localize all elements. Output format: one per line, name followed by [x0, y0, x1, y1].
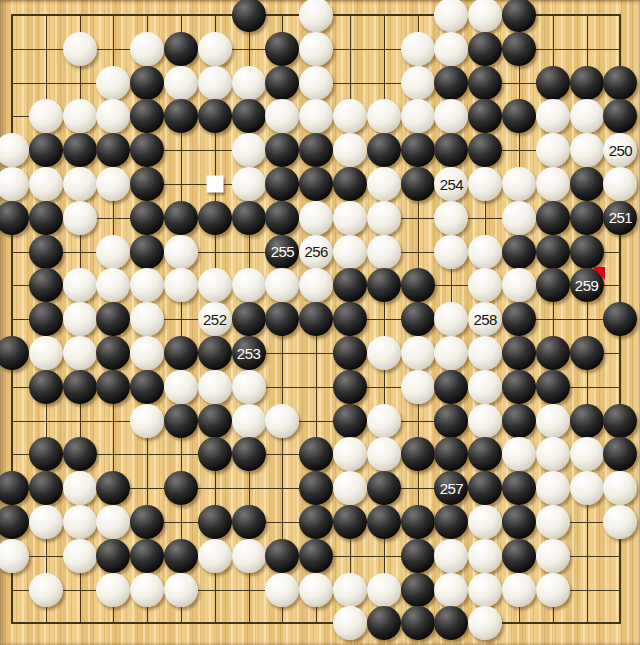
black-stone[interactable]: [468, 437, 502, 471]
white-stone[interactable]: [198, 66, 232, 100]
black-stone[interactable]: [299, 167, 333, 201]
black-stone[interactable]: [333, 505, 367, 539]
black-stone[interactable]: [333, 268, 367, 302]
black-stone[interactable]: [164, 471, 198, 505]
white-stone-258[interactable]: 258: [468, 302, 502, 336]
white-stone[interactable]: [333, 235, 367, 269]
grid-line-horizontal: [12, 623, 620, 624]
black-stone[interactable]: [502, 302, 536, 336]
black-stone[interactable]: [434, 66, 468, 100]
black-stone[interactable]: [29, 133, 63, 167]
black-stone[interactable]: [130, 66, 164, 100]
white-stone[interactable]: [63, 539, 97, 573]
white-stone[interactable]: [232, 268, 266, 302]
white-stone-254[interactable]: 254: [434, 167, 468, 201]
white-stone[interactable]: [232, 370, 266, 404]
black-stone[interactable]: [198, 437, 232, 471]
white-stone[interactable]: [333, 99, 367, 133]
move-number-label: 253: [237, 346, 261, 361]
white-stone[interactable]: [434, 336, 468, 370]
black-stone[interactable]: [603, 99, 637, 133]
white-stone[interactable]: [367, 336, 401, 370]
black-stone[interactable]: [130, 235, 164, 269]
black-stone[interactable]: [468, 99, 502, 133]
white-stone[interactable]: [333, 606, 367, 640]
white-stone[interactable]: [536, 437, 570, 471]
white-stone[interactable]: [96, 99, 130, 133]
black-stone[interactable]: [299, 471, 333, 505]
black-stone[interactable]: [29, 302, 63, 336]
white-stone[interactable]: [468, 370, 502, 404]
black-stone[interactable]: [367, 268, 401, 302]
black-stone[interactable]: [265, 133, 299, 167]
black-stone[interactable]: [570, 336, 604, 370]
white-stone[interactable]: [164, 370, 198, 404]
black-stone-251[interactable]: 251: [603, 201, 637, 235]
white-stone[interactable]: [367, 167, 401, 201]
black-stone[interactable]: [502, 539, 536, 573]
white-stone[interactable]: [130, 32, 164, 66]
black-stone[interactable]: [434, 606, 468, 640]
black-stone[interactable]: [502, 471, 536, 505]
white-stone[interactable]: [265, 573, 299, 607]
white-stone[interactable]: [434, 201, 468, 235]
black-stone[interactable]: [198, 99, 232, 133]
black-stone[interactable]: [232, 505, 266, 539]
black-stone[interactable]: [130, 370, 164, 404]
black-stone[interactable]: [502, 235, 536, 269]
black-stone[interactable]: [265, 302, 299, 336]
white-stone[interactable]: [198, 32, 232, 66]
black-stone[interactable]: [299, 302, 333, 336]
black-stone[interactable]: [198, 404, 232, 438]
white-stone[interactable]: [333, 133, 367, 167]
white-stone[interactable]: [63, 471, 97, 505]
black-stone[interactable]: [299, 133, 333, 167]
black-stone[interactable]: [367, 606, 401, 640]
black-stone[interactable]: [502, 404, 536, 438]
white-stone[interactable]: [468, 404, 502, 438]
black-stone[interactable]: [130, 99, 164, 133]
black-stone[interactable]: [63, 370, 97, 404]
black-stone[interactable]: [63, 437, 97, 471]
white-stone[interactable]: [536, 99, 570, 133]
black-stone[interactable]: [570, 167, 604, 201]
white-stone[interactable]: [29, 573, 63, 607]
black-stone[interactable]: [164, 539, 198, 573]
black-stone[interactable]: [570, 66, 604, 100]
black-stone[interactable]: [502, 370, 536, 404]
white-stone[interactable]: [299, 66, 333, 100]
white-stone[interactable]: [468, 573, 502, 607]
black-stone-257[interactable]: 257: [434, 471, 468, 505]
black-stone[interactable]: [265, 201, 299, 235]
white-stone[interactable]: [536, 167, 570, 201]
white-stone[interactable]: [63, 32, 97, 66]
black-stone[interactable]: [502, 32, 536, 66]
move-number-label: 257: [440, 481, 464, 496]
black-stone[interactable]: [434, 370, 468, 404]
white-stone[interactable]: [265, 268, 299, 302]
white-stone[interactable]: [468, 235, 502, 269]
white-stone[interactable]: [434, 32, 468, 66]
white-stone[interactable]: [434, 235, 468, 269]
white-stone[interactable]: [401, 32, 435, 66]
white-stone[interactable]: [401, 370, 435, 404]
white-stone[interactable]: [29, 336, 63, 370]
black-stone[interactable]: [299, 437, 333, 471]
white-stone[interactable]: [63, 167, 97, 201]
black-stone[interactable]: [434, 505, 468, 539]
white-stone[interactable]: [130, 573, 164, 607]
white-stone[interactable]: [468, 336, 502, 370]
white-stone[interactable]: [63, 99, 97, 133]
black-stone[interactable]: [333, 302, 367, 336]
white-stone[interactable]: [96, 573, 130, 607]
black-stone[interactable]: [232, 99, 266, 133]
white-stone[interactable]: [164, 573, 198, 607]
white-stone[interactable]: [367, 99, 401, 133]
black-stone[interactable]: [198, 336, 232, 370]
black-stone[interactable]: [96, 133, 130, 167]
black-stone[interactable]: [130, 505, 164, 539]
white-stone[interactable]: [333, 437, 367, 471]
black-stone[interactable]: [603, 437, 637, 471]
white-stone[interactable]: [63, 505, 97, 539]
white-stone[interactable]: [299, 573, 333, 607]
white-stone[interactable]: [536, 133, 570, 167]
move-number-label: 254: [440, 177, 464, 192]
black-stone[interactable]: [164, 404, 198, 438]
black-stone[interactable]: [468, 32, 502, 66]
white-stone[interactable]: [232, 133, 266, 167]
black-stone[interactable]: [164, 32, 198, 66]
white-stone[interactable]: [570, 133, 604, 167]
black-stone[interactable]: [603, 302, 637, 336]
black-stone[interactable]: [434, 404, 468, 438]
white-stone[interactable]: [367, 201, 401, 235]
white-square-marker: [206, 176, 223, 193]
white-stone[interactable]: [367, 437, 401, 471]
black-stone[interactable]: [164, 201, 198, 235]
black-stone[interactable]: [536, 235, 570, 269]
black-stone[interactable]: [401, 167, 435, 201]
black-stone[interactable]: [63, 133, 97, 167]
black-stone[interactable]: [333, 336, 367, 370]
white-stone[interactable]: [570, 99, 604, 133]
black-stone[interactable]: [265, 66, 299, 100]
black-stone[interactable]: [96, 370, 130, 404]
white-stone[interactable]: [232, 404, 266, 438]
black-stone[interactable]: [333, 404, 367, 438]
black-stone-255[interactable]: 255: [265, 235, 299, 269]
white-stone[interactable]: [367, 404, 401, 438]
white-stone[interactable]: [63, 336, 97, 370]
white-stone[interactable]: [468, 505, 502, 539]
white-stone[interactable]: [502, 268, 536, 302]
white-stone[interactable]: [333, 471, 367, 505]
move-number-label: 258: [473, 312, 497, 327]
black-stone[interactable]: [29, 437, 63, 471]
black-stone[interactable]: [265, 539, 299, 573]
white-stone[interactable]: [198, 539, 232, 573]
white-stone[interactable]: [468, 268, 502, 302]
white-stone[interactable]: [570, 437, 604, 471]
white-stone[interactable]: [401, 336, 435, 370]
white-stone-252[interactable]: 252: [198, 302, 232, 336]
white-stone[interactable]: [434, 99, 468, 133]
black-stone[interactable]: [502, 505, 536, 539]
black-stone[interactable]: [164, 336, 198, 370]
white-stone[interactable]: [232, 539, 266, 573]
black-stone[interactable]: [434, 437, 468, 471]
white-stone[interactable]: [299, 32, 333, 66]
last-move-triangle-icon: [592, 267, 605, 280]
black-stone[interactable]: [570, 201, 604, 235]
black-stone[interactable]: [232, 302, 266, 336]
black-stone[interactable]: [468, 471, 502, 505]
white-stone[interactable]: [130, 268, 164, 302]
black-stone[interactable]: [29, 370, 63, 404]
white-stone[interactable]: [63, 302, 97, 336]
black-stone[interactable]: [96, 336, 130, 370]
black-stone[interactable]: [401, 606, 435, 640]
black-stone[interactable]: [502, 336, 536, 370]
white-stone[interactable]: [468, 606, 502, 640]
white-stone[interactable]: [570, 471, 604, 505]
black-stone[interactable]: [434, 133, 468, 167]
black-stone[interactable]: [401, 268, 435, 302]
white-stone[interactable]: [434, 302, 468, 336]
black-stone[interactable]: [29, 268, 63, 302]
black-stone[interactable]: [367, 133, 401, 167]
black-stone[interactable]: [570, 404, 604, 438]
white-stone[interactable]: [96, 268, 130, 302]
black-stone[interactable]: [401, 505, 435, 539]
black-stone[interactable]: [536, 370, 570, 404]
black-stone[interactable]: [401, 302, 435, 336]
white-stone[interactable]: [29, 167, 63, 201]
white-stone[interactable]: [299, 201, 333, 235]
black-stone[interactable]: [333, 370, 367, 404]
white-stone[interactable]: [401, 66, 435, 100]
white-stone[interactable]: [265, 404, 299, 438]
move-number-label: 255: [271, 244, 295, 259]
black-stone[interactable]: [265, 32, 299, 66]
white-stone[interactable]: [502, 167, 536, 201]
white-stone[interactable]: [96, 167, 130, 201]
white-stone[interactable]: [29, 505, 63, 539]
white-stone[interactable]: [198, 268, 232, 302]
white-stone[interactable]: [164, 268, 198, 302]
white-stone[interactable]: [502, 437, 536, 471]
black-stone[interactable]: [570, 235, 604, 269]
black-stone[interactable]: [96, 471, 130, 505]
black-stone[interactable]: [603, 404, 637, 438]
black-stone[interactable]: [536, 268, 570, 302]
black-stone[interactable]: [96, 539, 130, 573]
black-stone[interactable]: [401, 437, 435, 471]
black-stone[interactable]: [29, 201, 63, 235]
white-stone[interactable]: [536, 471, 570, 505]
black-stone-259[interactable]: 259: [570, 268, 604, 302]
black-stone[interactable]: [164, 99, 198, 133]
white-stone[interactable]: [96, 235, 130, 269]
white-stone[interactable]: [29, 99, 63, 133]
white-stone[interactable]: [130, 336, 164, 370]
white-stone[interactable]: [299, 99, 333, 133]
white-stone[interactable]: [333, 573, 367, 607]
white-stone[interactable]: [502, 573, 536, 607]
black-stone[interactable]: [367, 471, 401, 505]
black-stone[interactable]: [232, 201, 266, 235]
move-number-label: 250: [609, 143, 633, 158]
black-stone[interactable]: [130, 201, 164, 235]
white-stone[interactable]: [434, 573, 468, 607]
white-stone[interactable]: [265, 99, 299, 133]
black-stone[interactable]: [468, 133, 502, 167]
white-stone[interactable]: [232, 167, 266, 201]
black-stone[interactable]: [603, 66, 637, 100]
white-stone[interactable]: [401, 99, 435, 133]
black-stone[interactable]: [367, 505, 401, 539]
white-stone[interactable]: [367, 235, 401, 269]
white-stone[interactable]: [198, 370, 232, 404]
white-stone[interactable]: [603, 505, 637, 539]
move-number-label: 256: [304, 244, 328, 259]
white-stone[interactable]: [536, 539, 570, 573]
white-stone[interactable]: [232, 66, 266, 100]
white-stone[interactable]: [434, 539, 468, 573]
white-stone[interactable]: [603, 167, 637, 201]
white-stone[interactable]: [164, 235, 198, 269]
black-stone[interactable]: [502, 99, 536, 133]
black-stone[interactable]: [468, 66, 502, 100]
white-stone[interactable]: [63, 201, 97, 235]
black-stone[interactable]: [130, 133, 164, 167]
white-stone[interactable]: [468, 539, 502, 573]
black-stone[interactable]: [198, 201, 232, 235]
white-stone[interactable]: [130, 404, 164, 438]
black-stone[interactable]: [130, 167, 164, 201]
black-stone[interactable]: [29, 471, 63, 505]
black-stone[interactable]: [29, 235, 63, 269]
white-stone[interactable]: [468, 167, 502, 201]
white-stone[interactable]: [130, 302, 164, 336]
black-stone[interactable]: [198, 505, 232, 539]
black-stone[interactable]: [401, 573, 435, 607]
black-stone[interactable]: [401, 539, 435, 573]
white-stone[interactable]: [536, 573, 570, 607]
black-stone[interactable]: [299, 539, 333, 573]
black-stone[interactable]: [96, 302, 130, 336]
move-number-label: 251: [609, 210, 633, 225]
white-stone[interactable]: [603, 471, 637, 505]
black-stone[interactable]: [536, 336, 570, 370]
black-stone[interactable]: [232, 437, 266, 471]
white-stone[interactable]: [96, 505, 130, 539]
white-stone[interactable]: [96, 66, 130, 100]
white-stone[interactable]: [502, 201, 536, 235]
white-stone[interactable]: [367, 573, 401, 607]
black-stone[interactable]: [265, 167, 299, 201]
white-stone[interactable]: [536, 505, 570, 539]
white-stone-256[interactable]: 256: [299, 235, 333, 269]
move-number-label: 252: [203, 312, 227, 327]
white-stone[interactable]: [536, 404, 570, 438]
white-stone[interactable]: [63, 268, 97, 302]
white-stone-250[interactable]: 250: [603, 133, 637, 167]
black-stone[interactable]: [536, 66, 570, 100]
white-stone[interactable]: [164, 66, 198, 100]
black-stone-253[interactable]: 253: [232, 336, 266, 370]
black-stone[interactable]: [401, 133, 435, 167]
black-stone[interactable]: [130, 539, 164, 573]
go-board[interactable]: 250254251255256259252258253257: [0, 0, 640, 645]
black-stone[interactable]: [299, 505, 333, 539]
black-stone[interactable]: [536, 201, 570, 235]
white-stone[interactable]: [333, 201, 367, 235]
black-stone[interactable]: [333, 167, 367, 201]
white-stone[interactable]: [299, 268, 333, 302]
